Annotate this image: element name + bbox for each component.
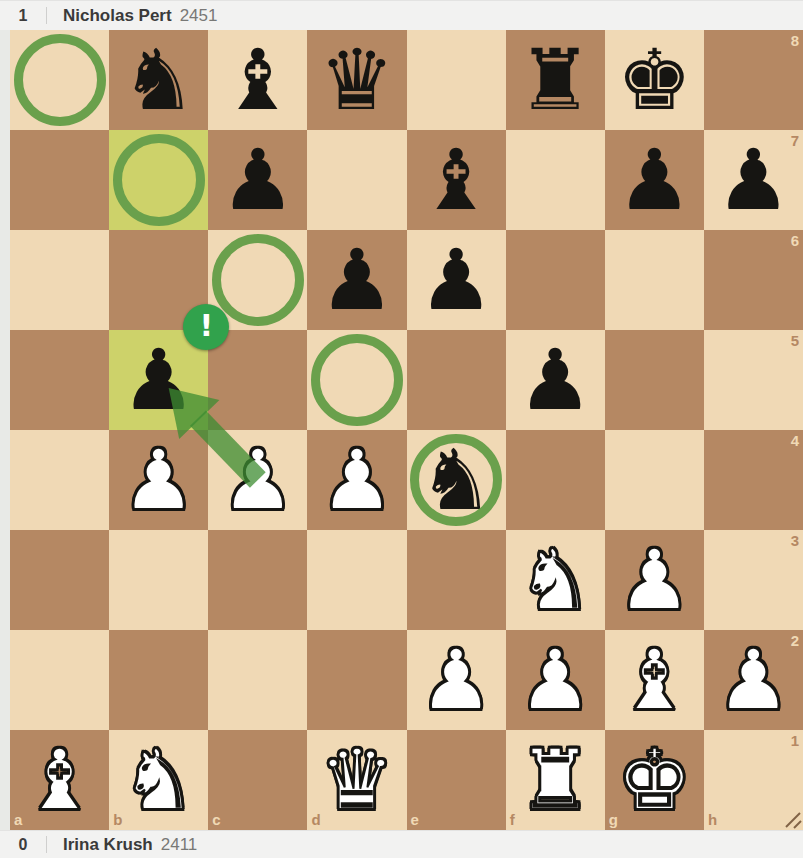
rank-label-2: 2 [791, 633, 799, 648]
rank-label-3: 3 [791, 533, 799, 548]
square-b3[interactable] [109, 530, 208, 630]
bottom-player-name: Irina Krush [63, 835, 153, 855]
rank-label-6: 6 [791, 233, 799, 248]
square-a1[interactable]: a♝ [10, 730, 109, 830]
square-c5[interactable] [208, 330, 307, 430]
square-d1[interactable]: d♛ [307, 730, 406, 830]
square-e4[interactable]: ♞ [407, 430, 506, 530]
white-knight-f3-piece[interactable]: ♞ [518, 538, 593, 622]
square-h8[interactable]: 8 [704, 30, 803, 130]
black-knight-b8-piece[interactable]: ♞ [121, 38, 196, 122]
square-f2[interactable]: ♟ [506, 630, 605, 730]
square-e5[interactable] [407, 330, 506, 430]
black-rook-f8-piece[interactable]: ♜ [518, 38, 593, 122]
square-c6[interactable] [208, 230, 307, 330]
square-e3[interactable] [407, 530, 506, 630]
white-king-g1-piece[interactable]: ♚ [617, 738, 692, 822]
white-pawn-f2-piece[interactable]: ♟ [518, 638, 593, 722]
square-b7[interactable] [109, 130, 208, 230]
bottom-player-bar: 0 Irina Krush 2411 [0, 830, 803, 858]
top-player-bar: 1 Nicholas Pert 2451 [0, 0, 803, 30]
square-e7[interactable]: ♝ [407, 130, 506, 230]
square-d4[interactable]: ♟ [307, 430, 406, 530]
file-label-a: a [14, 812, 22, 827]
file-label-h: h [708, 812, 717, 827]
square-f6[interactable] [506, 230, 605, 330]
file-label-g: g [609, 812, 618, 827]
square-a5[interactable] [10, 330, 109, 430]
file-label-c: c [212, 812, 220, 827]
file-label-d: d [311, 812, 320, 827]
black-pawn-e6-piece[interactable]: ♟ [418, 238, 493, 322]
square-e6[interactable]: ♟ [407, 230, 506, 330]
white-pawn-h2-piece[interactable]: ♟ [716, 638, 791, 722]
black-pawn-g7-piece[interactable]: ♟ [617, 138, 692, 222]
bottom-player-rating: 2411 [161, 835, 198, 855]
square-g4[interactable] [605, 430, 704, 530]
square-f5[interactable]: ♟ [506, 330, 605, 430]
square-g1[interactable]: g♚ [605, 730, 704, 830]
rank-label-1: 1 [791, 733, 799, 748]
square-g7[interactable]: ♟ [605, 130, 704, 230]
square-b4[interactable]: ♟ [109, 430, 208, 530]
square-c2[interactable] [208, 630, 307, 730]
square-f7[interactable] [506, 130, 605, 230]
top-player-rating: 2451 [180, 6, 218, 26]
square-h5[interactable]: 5 [704, 330, 803, 430]
square-d2[interactable] [307, 630, 406, 730]
black-queen-d8-piece[interactable]: ♛ [319, 38, 394, 122]
black-bishop-e7-piece[interactable]: ♝ [418, 138, 493, 222]
square-f3[interactable]: ♞ [506, 530, 605, 630]
rank-label-8: 8 [791, 33, 799, 48]
white-pawn-d4-piece[interactable]: ♟ [319, 438, 394, 522]
white-knight-b1-piece[interactable]: ♞ [121, 738, 196, 822]
white-pawn-e2-piece[interactable]: ♟ [418, 638, 493, 722]
board-grid: ♞♝♛♜♚8♟♝♟7♟♟♟6♟♟5♟♟♟♞4♞♟3♟♟♝2♟a♝b♞cd♛ef♜… [10, 30, 803, 830]
square-h7[interactable]: 7♟ [704, 130, 803, 230]
square-e1[interactable]: e [407, 730, 506, 830]
black-bishop-c8-piece[interactable]: ♝ [220, 38, 295, 122]
square-d3[interactable] [307, 530, 406, 630]
square-b1[interactable]: b♞ [109, 730, 208, 830]
square-f8[interactable]: ♜ [506, 30, 605, 130]
square-a7[interactable] [10, 130, 109, 230]
square-h1[interactable]: 1h [704, 730, 803, 830]
white-bishop-a1-piece[interactable]: ♝ [22, 738, 97, 822]
bottom-bar-divider [46, 836, 47, 853]
square-h4[interactable]: 4 [704, 430, 803, 530]
white-rook-f1-piece[interactable]: ♜ [518, 738, 593, 822]
square-h6[interactable]: 6 [704, 230, 803, 330]
file-label-b: b [113, 812, 122, 827]
black-king-g8-piece[interactable]: ♚ [617, 38, 692, 122]
square-c8[interactable]: ♝ [208, 30, 307, 130]
bottom-player-score: 0 [0, 836, 46, 854]
square-c1[interactable]: c [208, 730, 307, 830]
rank-label-5: 5 [791, 333, 799, 348]
file-label-e: e [411, 812, 419, 827]
square-a3[interactable] [10, 530, 109, 630]
square-g8[interactable]: ♚ [605, 30, 704, 130]
square-d7[interactable] [307, 130, 406, 230]
square-d6[interactable]: ♟ [307, 230, 406, 330]
square-g5[interactable] [605, 330, 704, 430]
top-player-score: 1 [0, 7, 46, 25]
top-bar-divider [46, 7, 47, 24]
top-player-name: Nicholas Pert [63, 6, 172, 26]
white-pawn-g3-piece[interactable]: ♟ [617, 538, 692, 622]
square-c4[interactable]: ♟ [208, 430, 307, 530]
black-pawn-d6-piece[interactable]: ♟ [319, 238, 394, 322]
square-c3[interactable] [208, 530, 307, 630]
square-d8[interactable]: ♛ [307, 30, 406, 130]
square-g6[interactable] [605, 230, 704, 330]
chess-board[interactable]: ♞♝♛♜♚8♟♝♟7♟♟♟6♟♟5♟♟♟♞4♞♟3♟♟♝2♟a♝b♞cd♛ef♜… [10, 30, 803, 830]
square-h2[interactable]: 2♟ [704, 630, 803, 730]
square-b6[interactable] [109, 230, 208, 330]
white-pawn-b4-piece[interactable]: ♟ [121, 438, 196, 522]
square-a8[interactable] [10, 30, 109, 130]
black-pawn-f5-piece[interactable]: ♟ [518, 338, 593, 422]
square-e2[interactable]: ♟ [407, 630, 506, 730]
black-knight-e4-piece[interactable]: ♞ [418, 438, 493, 522]
file-label-f: f [510, 812, 515, 827]
rank-label-4: 4 [791, 433, 799, 448]
square-b8[interactable]: ♞ [109, 30, 208, 130]
white-pawn-c4-piece[interactable]: ♟ [220, 438, 295, 522]
square-g2[interactable]: ♝ [605, 630, 704, 730]
black-pawn-b5-piece[interactable]: ♟ [121, 338, 196, 422]
square-a6[interactable] [10, 230, 109, 330]
rank-label-7: 7 [791, 133, 799, 148]
square-b2[interactable] [109, 630, 208, 730]
square-a2[interactable] [10, 630, 109, 730]
square-f4[interactable] [506, 430, 605, 530]
white-queen-d1-piece[interactable]: ♛ [319, 738, 394, 822]
square-b5[interactable]: ♟ [109, 330, 208, 430]
black-pawn-h7-piece[interactable]: ♟ [716, 138, 791, 222]
square-c7[interactable]: ♟ [208, 130, 307, 230]
square-a4[interactable] [10, 430, 109, 530]
square-f1[interactable]: f♜ [506, 730, 605, 830]
square-g3[interactable]: ♟ [605, 530, 704, 630]
square-h3[interactable]: 3 [704, 530, 803, 630]
square-d5[interactable] [307, 330, 406, 430]
white-bishop-g2-piece[interactable]: ♝ [617, 638, 692, 722]
square-e8[interactable] [407, 30, 506, 130]
black-pawn-c7-piece[interactable]: ♟ [220, 138, 295, 222]
